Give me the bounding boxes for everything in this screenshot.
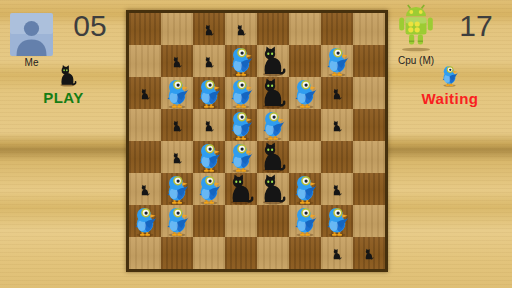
board-cell[interactable] — [193, 205, 225, 237]
board-cell[interactable] — [257, 173, 289, 205]
blue-bird-piece — [257, 109, 289, 141]
board-cell[interactable] — [321, 205, 353, 237]
board-cell[interactable] — [289, 173, 321, 205]
black-cat-piece — [257, 141, 289, 173]
small-cat-marker — [193, 109, 225, 141]
small-cat-marker — [161, 141, 193, 173]
blue-bird-piece — [193, 173, 225, 205]
board-cell[interactable] — [257, 205, 289, 237]
board-cell[interactable] — [129, 45, 161, 77]
cpu-name-label: Cpu (M) — [388, 55, 444, 66]
small-cat-marker — [129, 173, 161, 205]
cpu-android-icon — [396, 4, 436, 52]
board-cell[interactable] — [289, 237, 321, 269]
board-cell[interactable] — [353, 141, 385, 173]
board-cell[interactable] — [289, 109, 321, 141]
board-cell[interactable] — [289, 205, 321, 237]
board-cell[interactable] — [225, 45, 257, 77]
blue-bird-piece — [129, 205, 161, 237]
small-cat-marker — [193, 45, 225, 77]
board-cell[interactable] — [193, 141, 225, 173]
blue-bird-piece — [321, 205, 353, 237]
player-score: 05 — [66, 9, 114, 43]
board-cell[interactable] — [225, 13, 257, 45]
player-cat-icon — [56, 63, 79, 88]
board-cell[interactable] — [321, 13, 353, 45]
blue-bird-piece — [225, 45, 257, 77]
board-cell[interactable] — [289, 77, 321, 109]
board-cell[interactable] — [193, 77, 225, 109]
board-cell[interactable] — [129, 173, 161, 205]
board-cell[interactable] — [289, 141, 321, 173]
black-cat-piece — [257, 77, 289, 109]
board-cell[interactable] — [225, 77, 257, 109]
board-cell[interactable] — [321, 237, 353, 269]
board-cell[interactable] — [161, 77, 193, 109]
board-cell[interactable] — [129, 237, 161, 269]
waiting-status-label: Waiting — [388, 90, 512, 107]
board-cell[interactable] — [257, 237, 289, 269]
board-cell[interactable] — [129, 205, 161, 237]
board-cell[interactable] — [225, 173, 257, 205]
play-status-label[interactable]: PLAY — [0, 89, 127, 106]
board-cell[interactable] — [225, 141, 257, 173]
board-cell[interactable] — [129, 13, 161, 45]
board-cell[interactable] — [161, 205, 193, 237]
blue-bird-piece — [225, 141, 257, 173]
board-cell[interactable] — [129, 141, 161, 173]
board-cell[interactable] — [225, 205, 257, 237]
small-cat-marker — [321, 77, 353, 109]
player-name-label: Me — [10, 57, 53, 68]
blue-bird-piece — [193, 77, 225, 109]
board-cell[interactable] — [353, 13, 385, 45]
board-cell[interactable] — [289, 13, 321, 45]
board-cell[interactable] — [353, 173, 385, 205]
small-cat-marker — [225, 13, 257, 45]
board-grid — [126, 10, 388, 272]
board-cell[interactable] — [353, 205, 385, 237]
board-cell[interactable] — [321, 45, 353, 77]
blue-bird-piece — [321, 45, 353, 77]
board-cell[interactable] — [161, 45, 193, 77]
board-cell[interactable] — [193, 173, 225, 205]
black-cat-piece — [257, 45, 289, 77]
board-cell[interactable] — [257, 77, 289, 109]
board-cell[interactable] — [161, 109, 193, 141]
board-cell[interactable] — [129, 77, 161, 109]
board-cell[interactable] — [161, 173, 193, 205]
cpu-score: 17 — [452, 9, 500, 43]
board-cell[interactable] — [353, 109, 385, 141]
game-screen: Me 05 PLAY Cpu (M) 17 Waiting — [0, 0, 512, 288]
board-cell[interactable] — [161, 141, 193, 173]
small-cat-marker — [193, 13, 225, 45]
small-cat-marker — [161, 45, 193, 77]
board-cell[interactable] — [257, 13, 289, 45]
board-cell[interactable] — [129, 109, 161, 141]
board-cell[interactable] — [161, 237, 193, 269]
board-cell[interactable] — [321, 109, 353, 141]
small-cat-marker — [321, 109, 353, 141]
blue-bird-piece — [225, 109, 257, 141]
board-cell[interactable] — [225, 109, 257, 141]
small-cat-marker — [353, 237, 385, 269]
player-avatar — [10, 13, 53, 56]
board-cell[interactable] — [193, 45, 225, 77]
board-cell[interactable] — [289, 45, 321, 77]
blue-bird-piece — [161, 205, 193, 237]
small-cat-marker — [129, 77, 161, 109]
small-cat-marker — [161, 109, 193, 141]
board-cell[interactable] — [353, 237, 385, 269]
blue-bird-piece — [289, 77, 321, 109]
board-cell[interactable] — [225, 237, 257, 269]
board-cell[interactable] — [353, 45, 385, 77]
blue-bird-piece — [161, 173, 193, 205]
black-cat-piece — [257, 173, 289, 205]
board-cell[interactable] — [161, 13, 193, 45]
black-cat-piece — [225, 173, 257, 205]
board-cell[interactable] — [257, 109, 289, 141]
blue-bird-piece — [289, 205, 321, 237]
board-cell[interactable] — [321, 173, 353, 205]
board-cell[interactable] — [193, 109, 225, 141]
board-cell[interactable] — [321, 141, 353, 173]
board-cell[interactable] — [193, 13, 225, 45]
cpu-bird-icon — [438, 63, 461, 88]
blue-bird-piece — [225, 77, 257, 109]
small-cat-marker — [321, 237, 353, 269]
small-cat-marker — [321, 173, 353, 205]
board-cell[interactable] — [257, 141, 289, 173]
board-cell[interactable] — [193, 237, 225, 269]
blue-bird-piece — [161, 77, 193, 109]
blue-bird-piece — [193, 141, 225, 173]
board-cell[interactable] — [353, 77, 385, 109]
board-cell[interactable] — [321, 77, 353, 109]
board-cell[interactable] — [257, 45, 289, 77]
blue-bird-piece — [289, 173, 321, 205]
